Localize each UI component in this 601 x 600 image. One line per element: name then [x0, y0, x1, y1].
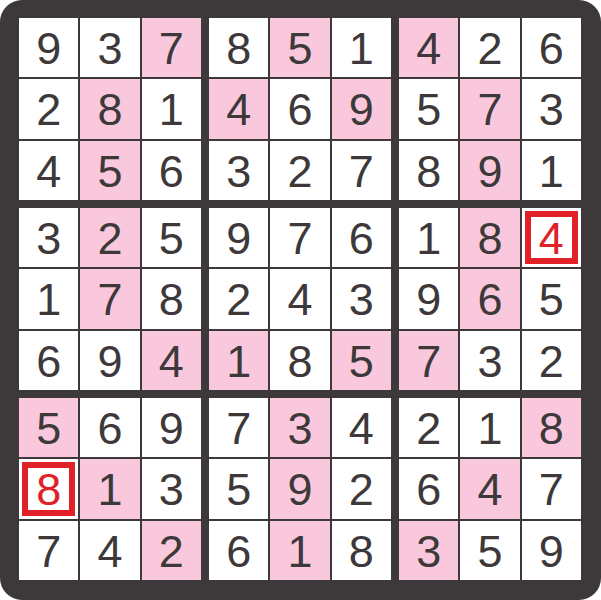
- cell-r2c4[interactable]: 4: [209, 79, 268, 138]
- cell-r8c9[interactable]: 7: [522, 459, 581, 518]
- cell-digit: 7: [226, 406, 251, 451]
- cell-digit: 4: [349, 406, 374, 451]
- cell-digit: 6: [287, 87, 312, 132]
- cell-digit: 8: [97, 87, 122, 132]
- sudoku-board: 9372814568514693274265738913251786949762…: [19, 18, 581, 580]
- cell-digit: 1: [539, 149, 564, 194]
- cell-r3c9[interactable]: 1: [522, 141, 581, 200]
- cell-r2c9[interactable]: 3: [522, 79, 581, 138]
- cell-digit: 8: [226, 26, 251, 71]
- cell-digit: 5: [539, 277, 564, 322]
- cell-digit: 2: [539, 339, 564, 384]
- cell-digit: 7: [416, 339, 441, 384]
- cell-digit: 8: [349, 529, 374, 574]
- cell-r6c3[interactable]: 4: [142, 331, 201, 390]
- cell-digit: 6: [416, 467, 441, 512]
- cell-digit: 1: [416, 216, 441, 261]
- cell-digit: 8: [159, 277, 184, 322]
- cell-r5c4[interactable]: 2: [209, 269, 268, 328]
- cell-r9c6[interactable]: 8: [332, 521, 391, 580]
- cell-r7c7[interactable]: 2: [399, 398, 458, 457]
- cell-digit: 1: [349, 26, 374, 71]
- cell-digit: 8: [416, 149, 441, 194]
- cell-digit: 2: [349, 467, 374, 512]
- cell-digit: 9: [349, 87, 374, 132]
- cell-digit: 2: [416, 406, 441, 451]
- cell-r8c7[interactable]: 6: [399, 459, 458, 518]
- cell-r4c3[interactable]: 5: [142, 208, 201, 267]
- cell-r9c9[interactable]: 9: [522, 521, 581, 580]
- cell-digit: 5: [416, 87, 441, 132]
- cell-r1c2[interactable]: 3: [80, 18, 139, 77]
- cell-digit: 3: [539, 87, 564, 132]
- cell-r6c7[interactable]: 7: [399, 331, 458, 390]
- cell-digit: 4: [36, 149, 61, 194]
- cell-digit: 3: [416, 529, 441, 574]
- cell-r5c9[interactable]: 5: [522, 269, 581, 328]
- cell-r1c7[interactable]: 4: [399, 18, 458, 77]
- cell-r2c7[interactable]: 5: [399, 79, 458, 138]
- cell-r4c9[interactable]: 4: [522, 208, 581, 267]
- cell-r6c4[interactable]: 1: [209, 331, 268, 390]
- cell-r6c2[interactable]: 9: [80, 331, 139, 390]
- cell-r6c8[interactable]: 3: [460, 331, 519, 390]
- cell-r8c2[interactable]: 1: [80, 459, 139, 518]
- cell-r4c1[interactable]: 3: [19, 208, 78, 267]
- cell-digit: 9: [477, 149, 502, 194]
- cell-digit: 3: [477, 339, 502, 384]
- box-2-3: 184965732: [399, 208, 581, 390]
- cell-r1c1[interactable]: 9: [19, 18, 78, 77]
- cell-digit: 1: [287, 529, 312, 574]
- cell-r3c1[interactable]: 4: [19, 141, 78, 200]
- cell-digit: 7: [159, 26, 184, 71]
- cell-r4c6[interactable]: 6: [332, 208, 391, 267]
- cell-r7c1[interactable]: 5: [19, 398, 78, 457]
- cell-r4c4[interactable]: 9: [209, 208, 268, 267]
- cell-digit: 5: [97, 149, 122, 194]
- cell-r4c5[interactable]: 7: [270, 208, 329, 267]
- cell-digit: 3: [159, 467, 184, 512]
- cell-digit: 9: [226, 216, 251, 261]
- cell-digit: 6: [349, 216, 374, 261]
- cell-r6c1[interactable]: 6: [19, 331, 78, 390]
- cell-digit: 6: [159, 149, 184, 194]
- cell-digit: 2: [477, 26, 502, 71]
- cell-digit: 2: [287, 149, 312, 194]
- cell-digit: 5: [349, 339, 374, 384]
- cell-r8c3[interactable]: 3: [142, 459, 201, 518]
- cell-r4c8[interactable]: 8: [460, 208, 519, 267]
- cell-digit: 1: [477, 406, 502, 451]
- cell-r2c3[interactable]: 1: [142, 79, 201, 138]
- box-2-1: 325178694: [19, 208, 201, 390]
- cell-digit: 3: [36, 216, 61, 261]
- cell-digit: 2: [159, 529, 184, 574]
- cell-r1c6[interactable]: 1: [332, 18, 391, 77]
- cell-r2c2[interactable]: 8: [80, 79, 139, 138]
- cell-digit: 6: [477, 277, 502, 322]
- cell-digit: 9: [287, 467, 312, 512]
- cell-r8c6[interactable]: 2: [332, 459, 391, 518]
- cell-digit: 2: [36, 87, 61, 132]
- cell-digit: 5: [226, 467, 251, 512]
- box-2-2: 976243185: [209, 208, 391, 390]
- cell-r3c6[interactable]: 7: [332, 141, 391, 200]
- cell-r5c6[interactable]: 3: [332, 269, 391, 328]
- cell-digit: 6: [36, 339, 61, 384]
- box-3-1: 569813742: [19, 398, 201, 580]
- cell-r8c4[interactable]: 5: [209, 459, 268, 518]
- cell-digit: 7: [539, 467, 564, 512]
- cell-r2c8[interactable]: 7: [460, 79, 519, 138]
- cell-r7c3[interactable]: 9: [142, 398, 201, 457]
- cell-digit: 4: [539, 216, 564, 261]
- cell-r9c8[interactable]: 5: [460, 521, 519, 580]
- cell-digit: 5: [287, 26, 312, 71]
- cell-r1c4[interactable]: 8: [209, 18, 268, 77]
- cell-digit: 7: [36, 529, 61, 574]
- cell-r5c8[interactable]: 6: [460, 269, 519, 328]
- cell-digit: 4: [287, 277, 312, 322]
- cell-digit: 5: [36, 406, 61, 451]
- cell-digit: 7: [477, 87, 502, 132]
- cell-r9c2[interactable]: 4: [80, 521, 139, 580]
- cell-digit: 1: [226, 339, 251, 384]
- cell-digit: 4: [416, 26, 441, 71]
- cell-r9c3[interactable]: 2: [142, 521, 201, 580]
- cell-digit: 7: [349, 149, 374, 194]
- cell-r9c7[interactable]: 3: [399, 521, 458, 580]
- cell-digit: 9: [97, 339, 122, 384]
- cell-digit: 4: [97, 529, 122, 574]
- cell-digit: 2: [226, 277, 251, 322]
- cell-r5c3[interactable]: 8: [142, 269, 201, 328]
- cell-r3c3[interactable]: 6: [142, 141, 201, 200]
- cell-r2c6[interactable]: 9: [332, 79, 391, 138]
- box-1-3: 426573891: [399, 18, 581, 200]
- cell-digit: 1: [159, 87, 184, 132]
- cell-digit: 4: [477, 467, 502, 512]
- cell-digit: 5: [159, 216, 184, 261]
- cell-r9c1[interactable]: 7: [19, 521, 78, 580]
- cell-digit: 1: [36, 277, 61, 322]
- cell-digit: 8: [477, 216, 502, 261]
- cell-r3c7[interactable]: 8: [399, 141, 458, 200]
- cell-r3c8[interactable]: 9: [460, 141, 519, 200]
- cell-r9c4[interactable]: 6: [209, 521, 268, 580]
- cell-r1c3[interactable]: 7: [142, 18, 201, 77]
- cell-digit: 6: [539, 26, 564, 71]
- cell-digit: 9: [416, 277, 441, 322]
- cell-r7c2[interactable]: 6: [80, 398, 139, 457]
- cell-r3c5[interactable]: 2: [270, 141, 329, 200]
- cell-digit: 4: [159, 339, 184, 384]
- cell-digit: 6: [226, 529, 251, 574]
- sudoku-page: 9372814568514693274265738913251786949762…: [0, 0, 601, 600]
- box-1-2: 851469327: [209, 18, 391, 200]
- cell-r1c5[interactable]: 5: [270, 18, 329, 77]
- cell-r8c5[interactable]: 9: [270, 459, 329, 518]
- cell-digit: 8: [539, 406, 564, 451]
- cell-r5c1[interactable]: 1: [19, 269, 78, 328]
- box-3-3: 218647359: [399, 398, 581, 580]
- cell-digit: 3: [349, 277, 374, 322]
- cell-r6c5[interactable]: 8: [270, 331, 329, 390]
- cell-digit: 9: [539, 529, 564, 574]
- cell-r6c9[interactable]: 2: [522, 331, 581, 390]
- cell-r8c8[interactable]: 4: [460, 459, 519, 518]
- cell-r2c1[interactable]: 2: [19, 79, 78, 138]
- cell-r1c9[interactable]: 6: [522, 18, 581, 77]
- cell-digit: 4: [226, 87, 251, 132]
- cell-r7c9[interactable]: 8: [522, 398, 581, 457]
- cell-r7c4[interactable]: 7: [209, 398, 268, 457]
- cell-r4c7[interactable]: 1: [399, 208, 458, 267]
- cell-r4c2[interactable]: 2: [80, 208, 139, 267]
- box-1-1: 937281456: [19, 18, 201, 200]
- cell-digit: 9: [159, 406, 184, 451]
- cell-r3c2[interactable]: 5: [80, 141, 139, 200]
- cell-r8c1[interactable]: 8: [19, 459, 78, 518]
- cell-r5c2[interactable]: 7: [80, 269, 139, 328]
- cell-digit: 7: [287, 216, 312, 261]
- cell-r9c5[interactable]: 1: [270, 521, 329, 580]
- cell-digit: 9: [36, 26, 61, 71]
- cell-digit: 3: [97, 26, 122, 71]
- cell-r5c7[interactable]: 9: [399, 269, 458, 328]
- cell-r6c6[interactable]: 5: [332, 331, 391, 390]
- cell-digit: 8: [36, 467, 61, 512]
- cell-digit: 6: [97, 406, 122, 451]
- cell-digit: 7: [97, 277, 122, 322]
- cell-r7c8[interactable]: 1: [460, 398, 519, 457]
- cell-r7c6[interactable]: 4: [332, 398, 391, 457]
- cell-digit: 3: [287, 406, 312, 451]
- cell-r2c5[interactable]: 6: [270, 79, 329, 138]
- cell-r3c4[interactable]: 3: [209, 141, 268, 200]
- cell-r7c5[interactable]: 3: [270, 398, 329, 457]
- cell-r5c5[interactable]: 4: [270, 269, 329, 328]
- cell-digit: 2: [97, 216, 122, 261]
- cell-digit: 8: [287, 339, 312, 384]
- cell-digit: 3: [226, 149, 251, 194]
- cell-digit: 1: [97, 467, 122, 512]
- box-3-2: 734592618: [209, 398, 391, 580]
- cell-r1c8[interactable]: 2: [460, 18, 519, 77]
- cell-digit: 5: [477, 529, 502, 574]
